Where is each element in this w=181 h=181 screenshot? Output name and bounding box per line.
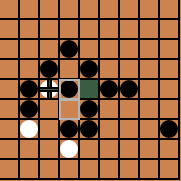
- cell-r1-c2[interactable]: [40, 20, 60, 40]
- black-stone: [20, 80, 38, 98]
- cell-r0-c0[interactable]: [0, 0, 20, 20]
- cell-r3-c5[interactable]: [100, 60, 120, 80]
- cell-r0-c3[interactable]: [60, 0, 80, 20]
- cell-r3-c2[interactable]: [40, 60, 60, 80]
- cell-r0-c2[interactable]: [40, 0, 60, 20]
- cell-r5-c3[interactable]: [60, 100, 80, 120]
- cell-r5-c5[interactable]: [100, 100, 120, 120]
- cell-r5-c1[interactable]: [20, 100, 40, 120]
- cell-r8-c4[interactable]: [80, 160, 100, 180]
- cell-r2-c8[interactable]: [160, 40, 180, 60]
- cell-r2-c4[interactable]: [80, 40, 100, 60]
- cell-r8-c8[interactable]: [160, 160, 180, 180]
- cell-r3-c7[interactable]: [140, 60, 160, 80]
- black-stone: [20, 100, 38, 118]
- cell-r6-c8[interactable]: [160, 120, 180, 140]
- cell-r4-c1[interactable]: [20, 80, 40, 100]
- cell-r7-c3[interactable]: [60, 140, 80, 160]
- cell-r5-c6[interactable]: [120, 100, 140, 120]
- black-stone: [60, 80, 78, 98]
- king-cross-horizontal-bar: [40, 87, 58, 92]
- cell-r3-c6[interactable]: [120, 60, 140, 80]
- cell-r0-c1[interactable]: [20, 0, 40, 20]
- cell-r3-c8[interactable]: [160, 60, 180, 80]
- cell-r4-c7[interactable]: [140, 80, 160, 100]
- cell-r6-c7[interactable]: [140, 120, 160, 140]
- black-stone: [160, 120, 178, 138]
- cell-r8-c7[interactable]: [140, 160, 160, 180]
- cell-r1-c3[interactable]: [60, 20, 80, 40]
- white-stone: [60, 140, 78, 158]
- cell-r7-c6[interactable]: [120, 140, 140, 160]
- black-stone: [80, 60, 98, 78]
- cell-r6-c1[interactable]: [20, 120, 40, 140]
- cell-r2-c2[interactable]: [40, 40, 60, 60]
- cell-r5-c4[interactable]: [80, 100, 100, 120]
- cell-r5-c7[interactable]: [140, 100, 160, 120]
- cell-r5-c2[interactable]: [40, 100, 60, 120]
- cell-r1-c1[interactable]: [20, 20, 40, 40]
- cell-r4-c5[interactable]: [100, 80, 120, 100]
- black-stone: [80, 120, 98, 138]
- cell-r4-c6[interactable]: [120, 80, 140, 100]
- black-stone: [60, 40, 78, 58]
- last-move-highlight-frame: [59, 99, 80, 120]
- cell-r4-c3[interactable]: [60, 80, 80, 100]
- cell-r1-c5[interactable]: [100, 20, 120, 40]
- cell-r2-c3[interactable]: [60, 40, 80, 60]
- cell-r8-c5[interactable]: [100, 160, 120, 180]
- black-stone: [120, 80, 138, 98]
- cell-r5-c8[interactable]: [160, 100, 180, 120]
- throne-square: [80, 80, 98, 98]
- cell-r8-c0[interactable]: [0, 160, 20, 180]
- cell-r2-c6[interactable]: [120, 40, 140, 60]
- cell-r2-c5[interactable]: [100, 40, 120, 60]
- cell-r3-c3[interactable]: [60, 60, 80, 80]
- cell-r1-c6[interactable]: [120, 20, 140, 40]
- cell-r7-c7[interactable]: [140, 140, 160, 160]
- cell-r0-c4[interactable]: [80, 0, 100, 20]
- cell-r6-c2[interactable]: [40, 120, 60, 140]
- cell-r1-c7[interactable]: [140, 20, 160, 40]
- cell-r7-c2[interactable]: [40, 140, 60, 160]
- cell-r8-c6[interactable]: [120, 160, 140, 180]
- cell-r7-c1[interactable]: [20, 140, 40, 160]
- black-stone: [60, 120, 78, 138]
- king-cross-icon: [40, 80, 58, 98]
- cell-r6-c4[interactable]: [80, 120, 100, 140]
- tafl-game-board: [0, 0, 181, 181]
- cell-r0-c5[interactable]: [100, 0, 120, 20]
- cell-r2-c7[interactable]: [140, 40, 160, 60]
- cell-r4-c0[interactable]: [0, 80, 20, 100]
- cell-r0-c7[interactable]: [140, 0, 160, 20]
- cell-r1-c8[interactable]: [160, 20, 180, 40]
- cell-r3-c4[interactable]: [80, 60, 100, 80]
- cell-r1-c4[interactable]: [80, 20, 100, 40]
- cell-r8-c2[interactable]: [40, 160, 60, 180]
- cell-r0-c8[interactable]: [160, 0, 180, 20]
- black-stone: [40, 60, 58, 78]
- cell-r3-c1[interactable]: [20, 60, 40, 80]
- cell-r6-c0[interactable]: [0, 120, 20, 140]
- cell-r8-c3[interactable]: [60, 160, 80, 180]
- cell-r4-c2[interactable]: [40, 80, 60, 100]
- cell-r7-c0[interactable]: [0, 140, 20, 160]
- cell-r3-c0[interactable]: [0, 60, 20, 80]
- cell-r6-c3[interactable]: [60, 120, 80, 140]
- cell-r4-c4[interactable]: [80, 80, 100, 100]
- cell-r1-c0[interactable]: [0, 20, 20, 40]
- white-stone: [20, 120, 38, 138]
- cell-r7-c4[interactable]: [80, 140, 100, 160]
- cell-r2-c1[interactable]: [20, 40, 40, 60]
- cell-r2-c0[interactable]: [0, 40, 20, 60]
- cell-r6-c6[interactable]: [120, 120, 140, 140]
- black-stone: [100, 80, 118, 98]
- cell-r8-c1[interactable]: [20, 160, 40, 180]
- cell-r4-c8[interactable]: [160, 80, 180, 100]
- cell-r5-c0[interactable]: [0, 100, 20, 120]
- black-stone: [80, 100, 98, 118]
- cell-r7-c8[interactable]: [160, 140, 180, 160]
- cell-r6-c5[interactable]: [100, 120, 120, 140]
- cell-r0-c6[interactable]: [120, 0, 140, 20]
- cell-r7-c5[interactable]: [100, 140, 120, 160]
